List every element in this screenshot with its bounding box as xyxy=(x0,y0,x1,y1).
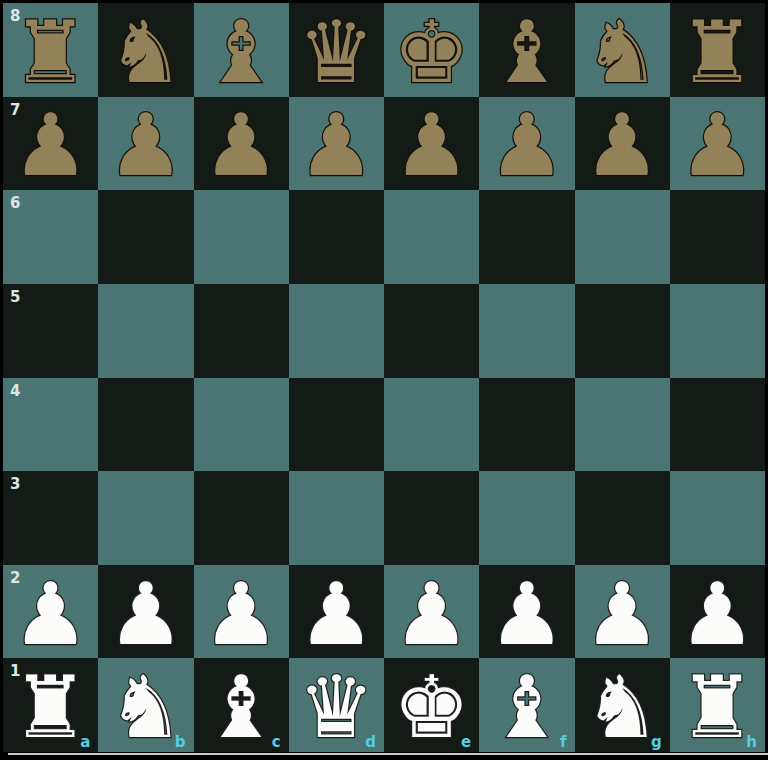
white-rook-h1[interactable]: ♜ xyxy=(679,664,756,750)
black-pawn-b7[interactable]: ♟ xyxy=(107,102,184,188)
square-f7[interactable]: ♟ xyxy=(479,97,574,191)
square-d3[interactable] xyxy=(289,471,384,565)
white-bishop-f1[interactable]: ♝ xyxy=(488,664,565,750)
white-king-e1[interactable]: ♚ xyxy=(393,664,470,750)
square-h7[interactable]: ♟ xyxy=(670,97,765,191)
square-h6[interactable] xyxy=(670,190,765,284)
square-f1[interactable]: f♝ xyxy=(479,658,574,752)
white-bishop-c1[interactable]: ♝ xyxy=(203,664,280,750)
square-a5[interactable]: 5 xyxy=(3,284,98,378)
white-pawn-d2[interactable]: ♟ xyxy=(298,571,375,657)
square-d6[interactable] xyxy=(289,190,384,284)
white-pawn-f2[interactable]: ♟ xyxy=(488,571,565,657)
square-g8[interactable]: ♞ xyxy=(575,3,670,97)
square-h1[interactable]: h♜ xyxy=(670,658,765,752)
square-f2[interactable]: ♟ xyxy=(479,565,574,659)
square-b7[interactable]: ♟ xyxy=(98,97,193,191)
square-c5[interactable] xyxy=(194,284,289,378)
white-pawn-a2[interactable]: ♟ xyxy=(12,571,89,657)
white-pawn-b2[interactable]: ♟ xyxy=(107,571,184,657)
square-a6[interactable]: 6 xyxy=(3,190,98,284)
black-pawn-f7[interactable]: ♟ xyxy=(488,102,565,188)
square-e5[interactable] xyxy=(384,284,479,378)
square-f5[interactable] xyxy=(479,284,574,378)
square-g4[interactable] xyxy=(575,378,670,472)
white-rook-a1[interactable]: ♜ xyxy=(12,664,89,750)
square-c8[interactable]: ♝ xyxy=(194,3,289,97)
square-c6[interactable] xyxy=(194,190,289,284)
black-pawn-d7[interactable]: ♟ xyxy=(298,102,375,188)
square-a3[interactable]: 3 xyxy=(3,471,98,565)
square-h3[interactable] xyxy=(670,471,765,565)
square-d7[interactable]: ♟ xyxy=(289,97,384,191)
white-pawn-e2[interactable]: ♟ xyxy=(393,571,470,657)
square-a2[interactable]: 2♟ xyxy=(3,565,98,659)
square-c3[interactable] xyxy=(194,471,289,565)
square-d4[interactable] xyxy=(289,378,384,472)
square-f4[interactable] xyxy=(479,378,574,472)
rank-label-7: 7 xyxy=(10,101,20,119)
square-a4[interactable]: 4 xyxy=(3,378,98,472)
black-king-e8[interactable]: ♚ xyxy=(393,9,470,95)
square-a7[interactable]: 7♟ xyxy=(3,97,98,191)
square-h2[interactable]: ♟ xyxy=(670,565,765,659)
white-pawn-h2[interactable]: ♟ xyxy=(679,571,756,657)
square-d5[interactable] xyxy=(289,284,384,378)
square-e2[interactable]: ♟ xyxy=(384,565,479,659)
white-knight-g1[interactable]: ♞ xyxy=(584,664,661,750)
square-f3[interactable] xyxy=(479,471,574,565)
square-d1[interactable]: d♛ xyxy=(289,658,384,752)
black-knight-b8[interactable]: ♞ xyxy=(107,9,184,95)
square-e8[interactable]: ♚ xyxy=(384,3,479,97)
chess-board: 8♜♞♝♛♚♝♞♜7♟♟♟♟♟♟♟♟65432♟♟♟♟♟♟♟♟1a♜b♞c♝d♛… xyxy=(3,3,765,752)
black-pawn-h7[interactable]: ♟ xyxy=(679,102,756,188)
square-e3[interactable] xyxy=(384,471,479,565)
square-c7[interactable]: ♟ xyxy=(194,97,289,191)
white-pawn-c2[interactable]: ♟ xyxy=(203,571,280,657)
black-pawn-c7[interactable]: ♟ xyxy=(203,102,280,188)
square-a1[interactable]: 1a♜ xyxy=(3,658,98,752)
square-e7[interactable]: ♟ xyxy=(384,97,479,191)
square-f8[interactable]: ♝ xyxy=(479,3,574,97)
square-g3[interactable] xyxy=(575,471,670,565)
black-knight-g8[interactable]: ♞ xyxy=(584,9,661,95)
square-a8[interactable]: 8♜ xyxy=(3,3,98,97)
square-g1[interactable]: g♞ xyxy=(575,658,670,752)
square-c1[interactable]: c♝ xyxy=(194,658,289,752)
rank-label-2: 2 xyxy=(10,569,20,587)
black-queen-d8[interactable]: ♛ xyxy=(298,9,375,95)
square-b6[interactable] xyxy=(98,190,193,284)
square-d8[interactable]: ♛ xyxy=(289,3,384,97)
rank-label-5: 5 xyxy=(10,288,20,306)
square-e4[interactable] xyxy=(384,378,479,472)
black-rook-a8[interactable]: ♜ xyxy=(12,9,89,95)
black-bishop-c8[interactable]: ♝ xyxy=(203,9,280,95)
square-h4[interactable] xyxy=(670,378,765,472)
square-h8[interactable]: ♜ xyxy=(670,3,765,97)
rank-label-6: 6 xyxy=(10,194,20,212)
square-c4[interactable] xyxy=(194,378,289,472)
rank-label-8: 8 xyxy=(10,7,20,25)
white-queen-d1[interactable]: ♛ xyxy=(298,664,375,750)
square-f6[interactable] xyxy=(479,190,574,284)
white-pawn-g2[interactable]: ♟ xyxy=(584,571,661,657)
square-e6[interactable] xyxy=(384,190,479,284)
square-e1[interactable]: e♚ xyxy=(384,658,479,752)
rank-label-1: 1 xyxy=(10,662,20,680)
rank-label-4: 4 xyxy=(10,382,20,400)
white-knight-b1[interactable]: ♞ xyxy=(107,664,184,750)
square-b5[interactable] xyxy=(98,284,193,378)
square-b1[interactable]: b♞ xyxy=(98,658,193,752)
square-c2[interactable]: ♟ xyxy=(194,565,289,659)
square-g6[interactable] xyxy=(575,190,670,284)
square-g7[interactable]: ♟ xyxy=(575,97,670,191)
square-g5[interactable] xyxy=(575,284,670,378)
square-b4[interactable] xyxy=(98,378,193,472)
black-rook-h8[interactable]: ♜ xyxy=(679,9,756,95)
square-h5[interactable] xyxy=(670,284,765,378)
black-bishop-f8[interactable]: ♝ xyxy=(488,9,565,95)
square-d2[interactable]: ♟ xyxy=(289,565,384,659)
bottom-divider xyxy=(8,753,768,755)
square-b8[interactable]: ♞ xyxy=(98,3,193,97)
square-b2[interactable]: ♟ xyxy=(98,565,193,659)
black-pawn-a7[interactable]: ♟ xyxy=(12,102,89,188)
square-g2[interactable]: ♟ xyxy=(575,565,670,659)
rank-label-3: 3 xyxy=(10,475,20,493)
black-pawn-g7[interactable]: ♟ xyxy=(584,102,661,188)
square-b3[interactable] xyxy=(98,471,193,565)
black-pawn-e7[interactable]: ♟ xyxy=(393,102,470,188)
